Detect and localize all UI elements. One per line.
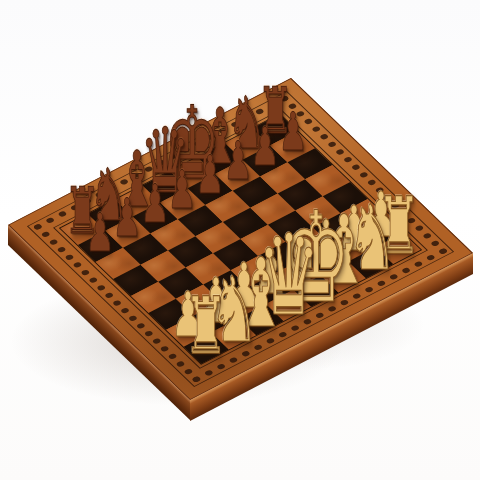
product-photo-scene: ♜♞♟♝♟♚♟♛♟♝♟♞♟♜♟♟♟♟♜♟♞♟♝♟♚♟♛♟♝♟♞♜ xyxy=(0,0,480,480)
